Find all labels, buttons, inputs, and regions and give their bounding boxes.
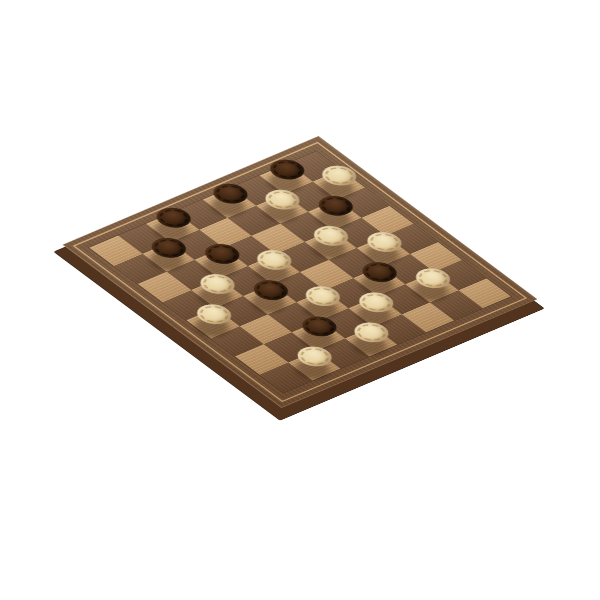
product-photo-canvas xyxy=(0,0,600,600)
board-grid xyxy=(89,151,510,392)
checkers-board xyxy=(63,136,538,408)
board-tilt-wrapper xyxy=(0,0,600,600)
scene xyxy=(0,0,600,600)
